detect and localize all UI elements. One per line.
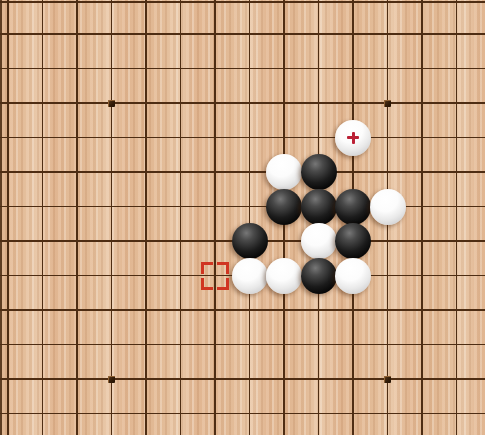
grid-line-horizontal (0, 171, 485, 173)
grid-line-horizontal (0, 137, 485, 139)
grid-line-vertical (76, 0, 78, 435)
grid-line-horizontal (0, 344, 485, 346)
black-stone (266, 189, 302, 225)
white-stone (266, 154, 302, 190)
grid-line-vertical (42, 0, 44, 435)
star-point (384, 100, 391, 107)
grid-line-vertical (111, 0, 113, 435)
grid-line-vertical (7, 0, 9, 435)
white-stone (370, 189, 406, 225)
white-stone (335, 258, 371, 294)
black-stone (335, 189, 371, 225)
black-stone (335, 223, 371, 259)
grid-line-horizontal (0, 68, 485, 70)
black-stone (301, 154, 337, 190)
star-point (384, 376, 391, 383)
grid-line-horizontal (0, 206, 485, 208)
black-stone (301, 189, 337, 225)
gomoku-board[interactable] (0, 0, 485, 435)
black-stone (232, 223, 268, 259)
grid-line-horizontal (0, 309, 485, 311)
target-bracket-icon (201, 262, 229, 290)
grid-line-vertical (421, 0, 423, 435)
black-stone (301, 258, 337, 294)
grid-line-horizontal (0, 33, 485, 35)
grid-line-vertical (456, 0, 458, 435)
grid-line-vertical (145, 0, 147, 435)
grid-line-horizontal (0, 378, 485, 380)
white-stone (301, 223, 337, 259)
grid-line-vertical (180, 0, 182, 435)
grid-line-horizontal (0, 1, 485, 3)
star-point (108, 100, 115, 107)
board-edge-line (0, 0, 2, 435)
grid-line-vertical (249, 0, 251, 435)
grid-line-vertical (214, 0, 216, 435)
white-stone (232, 258, 268, 294)
star-point (108, 376, 115, 383)
grid-line-horizontal (0, 413, 485, 415)
white-stone (335, 120, 371, 156)
white-stone (266, 258, 302, 294)
grid-line-horizontal (0, 102, 485, 104)
